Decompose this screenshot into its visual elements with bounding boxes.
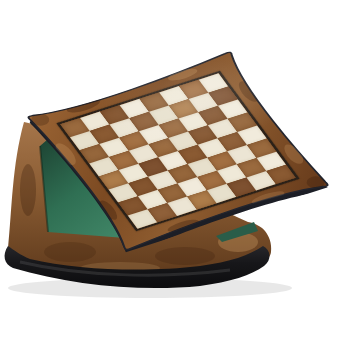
burl-grain bbox=[155, 247, 215, 265]
chessboard-product-photo bbox=[0, 0, 350, 350]
burl-grain bbox=[44, 242, 96, 262]
burl-grain bbox=[20, 164, 36, 216]
